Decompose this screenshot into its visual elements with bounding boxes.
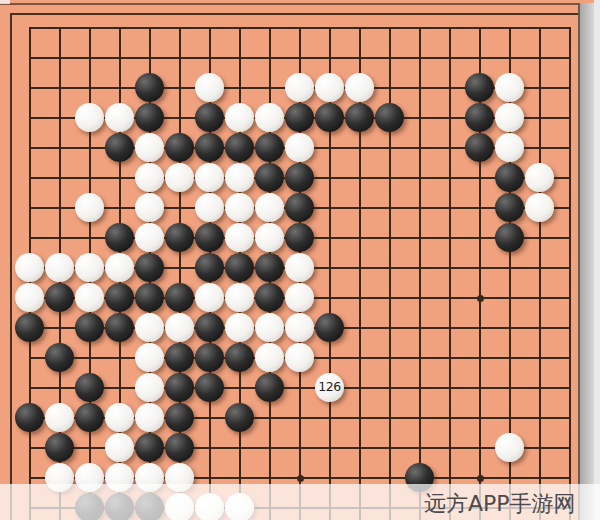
board-cell[interactable] <box>405 133 435 163</box>
board-cell[interactable] <box>135 403 165 433</box>
board-cell[interactable] <box>375 73 405 103</box>
board-cell[interactable] <box>465 343 495 373</box>
white-stone <box>315 73 344 102</box>
board-cell[interactable] <box>375 163 405 193</box>
board-cell[interactable] <box>15 283 45 313</box>
board-cell[interactable] <box>495 103 525 133</box>
board-cell[interactable] <box>255 253 285 283</box>
board-cell[interactable] <box>525 133 555 163</box>
board-cell[interactable] <box>375 253 405 283</box>
page-background-strip <box>594 0 600 520</box>
board-cell[interactable] <box>525 103 555 133</box>
board-cell[interactable] <box>75 13 105 43</box>
board-cell[interactable] <box>105 163 135 193</box>
board-cell[interactable] <box>285 223 315 253</box>
board-cell[interactable] <box>375 433 405 463</box>
board-cell[interactable] <box>45 73 75 103</box>
board-cell[interactable] <box>345 73 375 103</box>
board-cell[interactable] <box>165 433 195 463</box>
board-cell[interactable] <box>45 283 75 313</box>
board-cell[interactable] <box>435 163 465 193</box>
board-cell[interactable] <box>75 223 105 253</box>
board-cell[interactable] <box>435 223 465 253</box>
black-stone <box>195 313 224 342</box>
board-cell[interactable] <box>255 163 285 193</box>
board-cell[interactable] <box>135 43 165 73</box>
board-cell[interactable] <box>435 313 465 343</box>
board-cell[interactable] <box>375 193 405 223</box>
board-cell[interactable] <box>135 373 165 403</box>
board-cell[interactable] <box>285 403 315 433</box>
board-cell[interactable] <box>45 373 75 403</box>
board-cell[interactable] <box>285 103 315 133</box>
board-cell[interactable] <box>105 253 135 283</box>
board-cell[interactable] <box>435 133 465 163</box>
white-stone <box>105 103 134 132</box>
board-cell[interactable] <box>465 43 495 73</box>
board-cell[interactable] <box>465 13 495 43</box>
board-cell[interactable] <box>405 103 435 133</box>
board-cell[interactable] <box>45 103 75 133</box>
board-cell[interactable] <box>225 133 255 163</box>
white-stone <box>285 73 314 102</box>
board-cell[interactable] <box>255 283 285 313</box>
board-cell[interactable] <box>375 103 405 133</box>
board-cell[interactable] <box>495 343 525 373</box>
watermark-text: 远方APP手游网 <box>424 489 576 519</box>
board-cell[interactable] <box>15 43 45 73</box>
board-cell[interactable] <box>225 253 255 283</box>
board-cell[interactable] <box>225 163 255 193</box>
board-cell[interactable] <box>435 373 465 403</box>
board-cell[interactable] <box>315 223 345 253</box>
board-cell[interactable] <box>345 313 375 343</box>
board-cell[interactable] <box>345 433 375 463</box>
board-cell[interactable] <box>165 283 195 313</box>
board-cell[interactable] <box>285 133 315 163</box>
board-cell[interactable] <box>195 253 225 283</box>
board-cell[interactable] <box>75 283 105 313</box>
board-cell[interactable] <box>375 403 405 433</box>
board-cell[interactable] <box>315 13 345 43</box>
board-cell[interactable] <box>315 313 345 343</box>
board-cell[interactable] <box>495 43 525 73</box>
board-cell[interactable] <box>75 163 105 193</box>
board-cell[interactable] <box>165 403 195 433</box>
board-cell[interactable] <box>525 163 555 193</box>
board-cell[interactable] <box>75 253 105 283</box>
board-cell[interactable] <box>315 73 345 103</box>
board-cell[interactable] <box>105 103 135 133</box>
board-cell[interactable] <box>45 193 75 223</box>
board-cell[interactable] <box>375 223 405 253</box>
board-cell[interactable] <box>405 433 435 463</box>
board-cell[interactable] <box>135 163 165 193</box>
board-cell[interactable] <box>165 163 195 193</box>
board-cell[interactable] <box>345 223 375 253</box>
board-cell[interactable] <box>75 403 105 433</box>
board-frame-top <box>10 13 579 15</box>
board-cell[interactable] <box>75 343 105 373</box>
board-cell[interactable] <box>45 253 75 283</box>
board-cell[interactable] <box>105 43 135 73</box>
board-cell[interactable] <box>225 103 255 133</box>
board-cell[interactable] <box>525 403 555 433</box>
board-cell[interactable] <box>105 223 135 253</box>
board-cell[interactable] <box>315 193 345 223</box>
board-cell[interactable] <box>225 283 255 313</box>
board-cell[interactable] <box>285 433 315 463</box>
board-cell[interactable] <box>285 163 315 193</box>
board-cell[interactable] <box>525 223 555 253</box>
white-stone <box>75 253 104 282</box>
board-cell[interactable] <box>255 403 285 433</box>
board-cell[interactable] <box>315 133 345 163</box>
board-cell[interactable] <box>495 373 525 403</box>
board-cell[interactable] <box>75 133 105 163</box>
board-cell[interactable] <box>405 283 435 313</box>
board-cell[interactable] <box>465 73 495 103</box>
board-cell[interactable] <box>465 433 495 463</box>
board-cell[interactable] <box>195 43 225 73</box>
board-cell[interactable] <box>465 313 495 343</box>
board-cell[interactable] <box>45 433 75 463</box>
board-cell[interactable] <box>285 313 315 343</box>
board-cell[interactable] <box>195 343 225 373</box>
board-cell[interactable] <box>375 13 405 43</box>
board-cell[interactable] <box>135 133 165 163</box>
star-point <box>477 475 484 482</box>
board-cell[interactable] <box>405 43 435 73</box>
board-cell[interactable] <box>165 193 195 223</box>
board-cell[interactable] <box>135 283 165 313</box>
board-cell[interactable] <box>135 193 165 223</box>
board-cell[interactable] <box>405 373 435 403</box>
board-cell[interactable] <box>495 403 525 433</box>
board-cell[interactable] <box>435 13 465 43</box>
board-cell[interactable] <box>15 133 45 163</box>
board-cell[interactable]: 126 <box>315 373 345 403</box>
board-cell[interactable] <box>135 313 165 343</box>
board-cell[interactable] <box>375 133 405 163</box>
board-cell[interactable] <box>165 223 195 253</box>
board-cell[interactable] <box>405 223 435 253</box>
board-cell[interactable] <box>255 13 285 43</box>
board-cell[interactable] <box>525 373 555 403</box>
board-cell[interactable] <box>285 43 315 73</box>
board-cell[interactable] <box>165 343 195 373</box>
board-cell[interactable] <box>465 253 495 283</box>
board-cell[interactable] <box>435 433 465 463</box>
board-cell[interactable] <box>495 13 525 43</box>
board-cell[interactable] <box>45 43 75 73</box>
white-stone <box>165 313 194 342</box>
board-cell[interactable] <box>345 403 375 433</box>
board-cell[interactable] <box>15 223 45 253</box>
board-cell[interactable] <box>345 103 375 133</box>
board-cell[interactable] <box>315 343 345 373</box>
board-cell[interactable] <box>225 373 255 403</box>
board-cell[interactable] <box>195 283 225 313</box>
board-cell[interactable] <box>345 373 375 403</box>
board-cell[interactable] <box>405 73 435 103</box>
board-cell[interactable] <box>465 283 495 313</box>
board-cell[interactable] <box>435 283 465 313</box>
board-cell[interactable] <box>345 133 375 163</box>
board-cell[interactable] <box>45 133 75 163</box>
board-cell[interactable] <box>255 193 285 223</box>
board-cell[interactable] <box>345 253 375 283</box>
white-stone <box>285 253 314 282</box>
board-cell[interactable] <box>45 163 75 193</box>
black-stone <box>345 103 374 132</box>
board-cell[interactable] <box>525 283 555 313</box>
board-cell[interactable] <box>195 223 225 253</box>
board-cell[interactable] <box>45 223 75 253</box>
black-stone <box>105 283 134 312</box>
board-cell[interactable] <box>225 223 255 253</box>
board-cell[interactable] <box>405 343 435 373</box>
board-cell[interactable] <box>375 43 405 73</box>
white-stone <box>135 163 164 192</box>
board-cell[interactable] <box>405 253 435 283</box>
board-cell[interactable] <box>165 13 195 43</box>
board-cell[interactable] <box>285 13 315 43</box>
board-cell[interactable] <box>255 73 285 103</box>
board-cell[interactable] <box>195 73 225 103</box>
board-cell[interactable] <box>225 313 255 343</box>
board-cell[interactable] <box>375 283 405 313</box>
board-cell[interactable] <box>435 193 465 223</box>
board-cell[interactable] <box>45 343 75 373</box>
board-cell[interactable] <box>165 373 195 403</box>
board-cell[interactable] <box>465 133 495 163</box>
board-cell[interactable] <box>165 313 195 343</box>
board-cell[interactable] <box>75 43 105 73</box>
board-cell[interactable] <box>225 73 255 103</box>
board-cell[interactable] <box>345 283 375 313</box>
board-cell[interactable] <box>315 253 345 283</box>
board-cell[interactable] <box>225 433 255 463</box>
board-cell[interactable] <box>225 13 255 43</box>
board-cell[interactable] <box>345 163 375 193</box>
board-cell[interactable] <box>525 253 555 283</box>
board-cell[interactable] <box>495 73 525 103</box>
board-cell[interactable] <box>525 343 555 373</box>
white-stone <box>525 193 554 222</box>
board-cell[interactable] <box>165 73 195 103</box>
white-stone <box>225 223 254 252</box>
board-cell[interactable] <box>255 433 285 463</box>
board-cell[interactable] <box>105 73 135 103</box>
board-cell[interactable] <box>285 373 315 403</box>
board-cell[interactable] <box>195 373 225 403</box>
board-cell[interactable] <box>495 193 525 223</box>
board-cell[interactable] <box>225 193 255 223</box>
board-cell[interactable] <box>15 373 45 403</box>
board-cell[interactable] <box>135 13 165 43</box>
board-cell[interactable] <box>465 373 495 403</box>
board-cell[interactable] <box>435 343 465 373</box>
board-cell[interactable] <box>195 103 225 133</box>
board-cell[interactable] <box>465 403 495 433</box>
board-cell[interactable] <box>405 163 435 193</box>
board-cell[interactable] <box>375 373 405 403</box>
board-cell[interactable] <box>105 433 135 463</box>
board-cell[interactable] <box>345 13 375 43</box>
board-cell[interactable] <box>525 13 555 43</box>
board-cell[interactable] <box>195 163 225 193</box>
board-cell[interactable] <box>285 73 315 103</box>
board-cell[interactable] <box>45 403 75 433</box>
board-cell[interactable] <box>105 343 135 373</box>
board-cell[interactable] <box>15 103 45 133</box>
board-cell[interactable] <box>435 73 465 103</box>
white-stone <box>135 133 164 162</box>
board-cell[interactable] <box>315 163 345 193</box>
board-cell[interactable] <box>135 253 165 283</box>
board-cell[interactable] <box>15 433 45 463</box>
board-cell[interactable] <box>75 73 105 103</box>
board-cell[interactable] <box>195 13 225 43</box>
board-cell[interactable] <box>375 313 405 343</box>
board-cell[interactable] <box>165 133 195 163</box>
board-cell[interactable] <box>15 403 45 433</box>
white-stone <box>165 163 194 192</box>
board-cell[interactable] <box>15 163 45 193</box>
board-cell[interactable] <box>465 103 495 133</box>
board-cell[interactable] <box>315 403 345 433</box>
board-cell[interactable] <box>255 103 285 133</box>
board-cell[interactable] <box>195 403 225 433</box>
board-cell[interactable] <box>225 343 255 373</box>
board-cell[interactable] <box>135 343 165 373</box>
board-cell[interactable] <box>255 133 285 163</box>
board-cell[interactable] <box>315 283 345 313</box>
board-cell[interactable] <box>105 373 135 403</box>
white-stone <box>135 373 164 402</box>
black-stone <box>315 313 344 342</box>
board-cell[interactable] <box>405 193 435 223</box>
board-cell[interactable] <box>315 433 345 463</box>
board-cell[interactable] <box>105 313 135 343</box>
board-cell[interactable] <box>15 313 45 343</box>
board-cell[interactable] <box>75 373 105 403</box>
board-cell[interactable] <box>135 73 165 103</box>
board-cell[interactable] <box>255 43 285 73</box>
board-cell[interactable] <box>285 193 315 223</box>
board-cell[interactable] <box>435 403 465 433</box>
board-cell[interactable] <box>15 13 45 43</box>
board-cell[interactable] <box>105 133 135 163</box>
board-cell[interactable] <box>495 253 525 283</box>
board-cell[interactable] <box>435 43 465 73</box>
board-cell[interactable] <box>525 193 555 223</box>
board-cell[interactable] <box>315 43 345 73</box>
board-cell[interactable] <box>15 253 45 283</box>
board-cell[interactable] <box>495 313 525 343</box>
board-cell[interactable] <box>255 313 285 343</box>
board-cell[interactable] <box>345 343 375 373</box>
board-cell[interactable] <box>525 43 555 73</box>
white-stone <box>105 433 134 462</box>
board-cell[interactable] <box>75 193 105 223</box>
board-cell[interactable] <box>255 373 285 403</box>
board-cell[interactable] <box>195 133 225 163</box>
board-cell[interactable] <box>495 223 525 253</box>
board-cell[interactable] <box>405 403 435 433</box>
board-cell[interactable] <box>225 403 255 433</box>
board-cell[interactable] <box>345 43 375 73</box>
board-cell[interactable] <box>75 313 105 343</box>
board-cell[interactable] <box>15 343 45 373</box>
board-cell[interactable] <box>285 343 315 373</box>
black-stone <box>315 103 344 132</box>
board-cell[interactable] <box>15 193 45 223</box>
board-cell[interactable] <box>345 193 375 223</box>
board-cell[interactable] <box>315 103 345 133</box>
white-stone <box>135 193 164 222</box>
board-cell[interactable] <box>105 403 135 433</box>
black-stone <box>225 403 254 432</box>
board-cell[interactable] <box>15 73 45 103</box>
board-cell[interactable] <box>255 343 285 373</box>
white-stone <box>15 283 44 312</box>
board-cell[interactable] <box>135 433 165 463</box>
board-cell[interactable] <box>45 313 75 343</box>
black-stone <box>105 133 134 162</box>
black-stone <box>495 163 524 192</box>
board-cell[interactable] <box>435 253 465 283</box>
board-cell[interactable] <box>405 13 435 43</box>
white-stone <box>225 103 254 132</box>
board-cell[interactable] <box>285 253 315 283</box>
board-cell[interactable] <box>525 313 555 343</box>
board-cell[interactable] <box>135 103 165 133</box>
board-cell[interactable] <box>165 253 195 283</box>
board-cell[interactable] <box>495 283 525 313</box>
board-cell[interactable] <box>105 283 135 313</box>
board-cell[interactable] <box>165 103 195 133</box>
board-cell[interactable] <box>465 223 495 253</box>
board-cell[interactable] <box>525 433 555 463</box>
board-cell[interactable] <box>45 13 75 43</box>
board-cell[interactable] <box>135 223 165 253</box>
board-cell[interactable] <box>255 223 285 253</box>
board-cell[interactable] <box>435 103 465 133</box>
board-cell[interactable] <box>495 163 525 193</box>
white-stone <box>285 283 314 312</box>
board-cell[interactable] <box>225 43 255 73</box>
board-cell[interactable] <box>465 193 495 223</box>
board-cell[interactable] <box>105 13 135 43</box>
board-cell[interactable] <box>75 433 105 463</box>
board-cell[interactable] <box>195 313 225 343</box>
board-cell[interactable] <box>465 163 495 193</box>
board-cell[interactable] <box>525 73 555 103</box>
board-cell[interactable] <box>495 133 525 163</box>
board-cell[interactable] <box>105 193 135 223</box>
white-stone <box>285 133 314 162</box>
board-cell[interactable] <box>285 283 315 313</box>
board-cell[interactable] <box>495 433 525 463</box>
board-cell[interactable] <box>195 433 225 463</box>
board-cell[interactable] <box>75 103 105 133</box>
board-cell[interactable] <box>165 43 195 73</box>
board-cell[interactable] <box>195 193 225 223</box>
board-cell[interactable] <box>375 343 405 373</box>
board-cell[interactable] <box>405 313 435 343</box>
